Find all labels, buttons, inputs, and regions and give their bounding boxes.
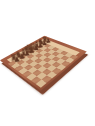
board-square [47, 50, 55, 55]
board-square: ♞ [36, 45, 44, 49]
board-grid: ♜♟♞♟♝♟♛♟♚♟♝♟♞♟♜♟ [17, 43, 70, 75]
board-inner-band: ♜♟♞♟♝♟♛♟♚♟♝♟♞♟♜♟ [7, 38, 80, 83]
board-square: ♟ [31, 51, 39, 56]
chess-piece-b: ♝ [16, 45, 31, 59]
board-square: ♝ [18, 55, 26, 60]
board-square: ♟ [44, 44, 52, 48]
board-square: ♛ [28, 50, 36, 54]
product-photo: ♜♟♞♟♝♟♛♟♚♟♝♟♞♟♜♟ [0, 0, 95, 126]
chess-piece-k: ♚ [21, 43, 36, 57]
board-square [43, 48, 51, 52]
board-square [47, 71, 57, 78]
board-square: ♚ [23, 52, 31, 57]
chess-piece-n: ♞ [11, 48, 27, 63]
board-square [43, 52, 51, 57]
board-square: ♝ [32, 47, 40, 51]
board-square [47, 46, 55, 50]
chess-piece-p: ♟ [42, 35, 56, 48]
board-square: ♟ [35, 49, 43, 53]
chess-piece-n: ♞ [34, 36, 48, 49]
board-square [55, 49, 63, 54]
chess-board: ♜♟♞♟♝♟♛♟♚♟♝♟♞♟♜♟ [8, 21, 77, 90]
board-square [51, 47, 59, 51]
chess-piece-p: ♟ [29, 42, 44, 56]
board-square: ♜ [40, 43, 47, 47]
chess-piece-b: ♝ [30, 38, 44, 51]
chess-piece-p: ♟ [33, 39, 47, 53]
board-square [39, 51, 47, 56]
chess-piece-p: ♟ [24, 44, 39, 58]
board-square: ♟ [40, 46, 48, 50]
chess-piece-q: ♛ [25, 40, 39, 54]
chess-piece-r: ♜ [38, 34, 51, 47]
chess-piece-p: ♟ [38, 37, 52, 50]
